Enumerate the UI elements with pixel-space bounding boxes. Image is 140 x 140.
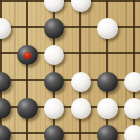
intersection-c5-r0[interactable]	[121, 0, 140, 15]
intersection-c4-r5[interactable]	[94, 122, 121, 140]
black-stone	[0, 72, 11, 93]
intersection-c4-r3[interactable]	[94, 68, 121, 95]
white-stone	[124, 98, 140, 119]
intersection-c0-r1[interactable]	[0, 15, 14, 42]
intersection-c2-r1[interactable]	[41, 15, 68, 42]
white-stone	[71, 0, 92, 12]
intersection-c5-r2[interactable]	[121, 42, 140, 69]
intersection-c2-r2[interactable]	[41, 42, 68, 69]
black-stone	[44, 18, 65, 39]
last-move-marker-icon	[24, 52, 31, 59]
intersection-c1-r5[interactable]	[14, 122, 41, 140]
black-stone	[44, 125, 65, 140]
white-stone	[71, 72, 92, 93]
black-stone	[17, 45, 38, 66]
intersection-c4-r0[interactable]	[94, 0, 121, 15]
board-grid	[0, 0, 140, 140]
intersection-c1-r4[interactable]	[14, 95, 41, 122]
intersection-c1-r1[interactable]	[14, 15, 41, 42]
intersection-c1-r3[interactable]	[14, 68, 41, 95]
black-stone	[97, 72, 118, 93]
white-stone	[97, 18, 118, 39]
white-stone	[124, 125, 140, 140]
intersection-c3-r2[interactable]	[67, 42, 94, 69]
white-stone	[71, 98, 92, 119]
intersection-c2-r0[interactable]	[41, 0, 68, 15]
white-stone	[44, 0, 65, 12]
intersection-c5-r4[interactable]	[121, 95, 140, 122]
white-stone	[97, 98, 118, 119]
intersection-c3-r5[interactable]	[67, 122, 94, 140]
intersection-c0-r4[interactable]	[0, 95, 14, 122]
intersection-c4-r2[interactable]	[94, 42, 121, 69]
white-stone	[0, 18, 11, 39]
intersection-c3-r3[interactable]	[67, 68, 94, 95]
white-stone	[44, 98, 65, 119]
intersection-c5-r5[interactable]	[121, 122, 140, 140]
black-stone	[44, 72, 65, 93]
black-stone	[0, 98, 11, 119]
intersection-c1-r2[interactable]	[14, 42, 41, 69]
intersection-c2-r5[interactable]	[41, 122, 68, 140]
intersection-c2-r3[interactable]	[41, 68, 68, 95]
intersection-c2-r4[interactable]	[41, 95, 68, 122]
intersection-c0-r5[interactable]	[0, 122, 14, 140]
black-stone	[17, 98, 38, 119]
intersection-c3-r4[interactable]	[67, 95, 94, 122]
black-stone	[0, 125, 11, 140]
intersection-c1-r0[interactable]	[14, 0, 41, 15]
intersection-c4-r4[interactable]	[94, 95, 121, 122]
intersection-c3-r0[interactable]	[67, 0, 94, 15]
white-stone	[124, 72, 140, 93]
intersection-c0-r3[interactable]	[0, 68, 14, 95]
intersection-c5-r3[interactable]	[121, 68, 140, 95]
intersection-c3-r1[interactable]	[67, 15, 94, 42]
white-stone	[44, 45, 65, 66]
intersection-c4-r1[interactable]	[94, 15, 121, 42]
black-stone	[97, 125, 118, 140]
go-board	[0, 0, 140, 140]
intersection-c0-r0[interactable]	[0, 0, 14, 15]
intersection-c5-r1[interactable]	[121, 15, 140, 42]
intersection-c0-r2[interactable]	[0, 42, 14, 69]
